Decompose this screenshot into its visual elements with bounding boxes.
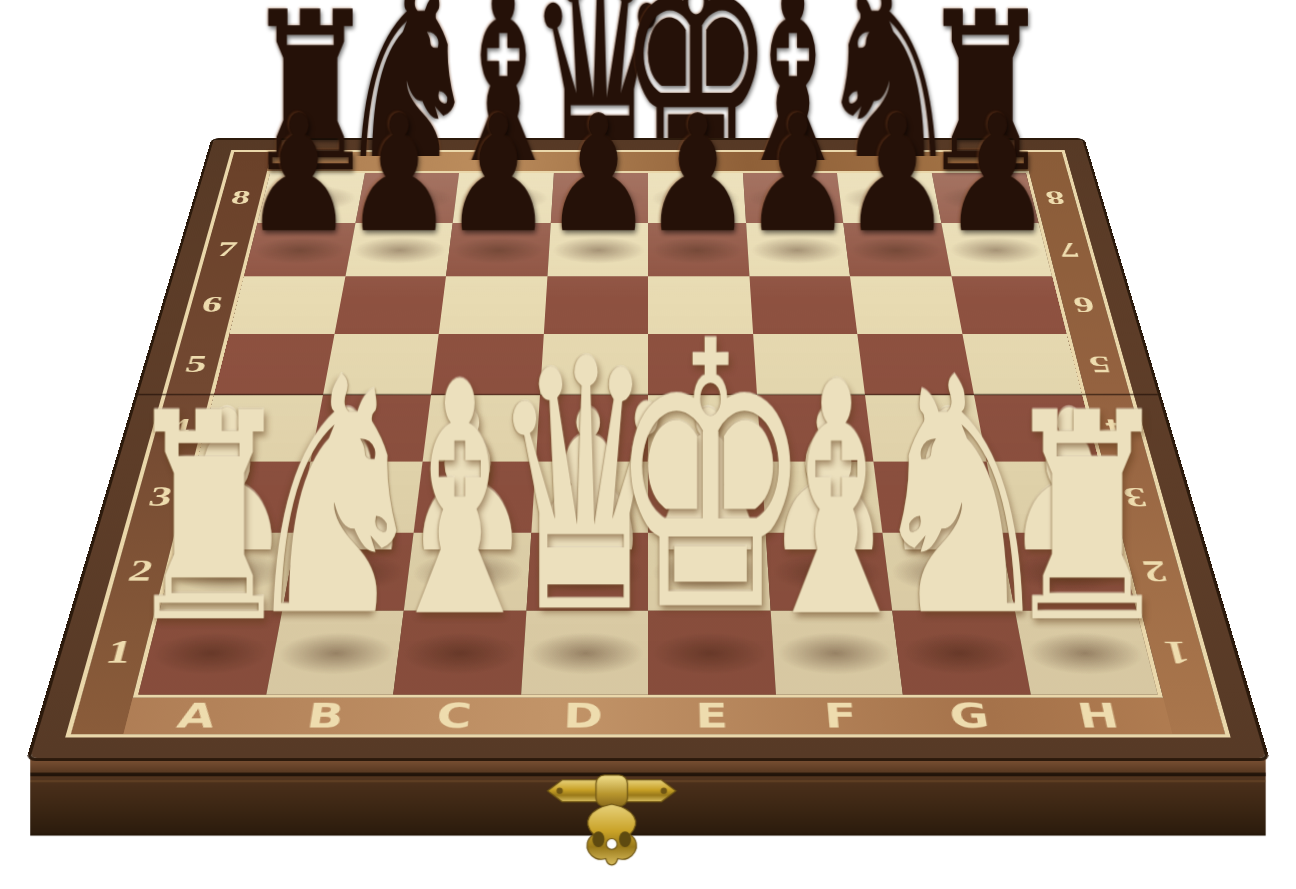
- file-label-a: A: [128, 698, 265, 734]
- file-label-h: H: [1031, 698, 1168, 734]
- file-labels-bottom: ABCDEFGH: [128, 698, 1167, 734]
- file-label-g: G: [903, 698, 1038, 734]
- box-front-face: [30, 758, 1266, 836]
- file-label-b: B: [258, 698, 393, 734]
- square-h1[interactable]: ♜: [1014, 610, 1157, 694]
- file-label-d: D: [518, 698, 648, 734]
- square-h7[interactable]: ♟: [941, 223, 1052, 276]
- rank-label-7: 7: [1042, 223, 1097, 276]
- chess-box-photo: ♜♞♝♛♚♝♞♜♟♟♟♟♟♟♟♟♟♟♟♟♟♟♟♟♜♞♝♛♚♝♞♜ 8765432…: [0, 0, 1296, 889]
- piece-glyph: ♜: [999, 375, 1174, 661]
- file-label-e: E: [648, 698, 778, 734]
- piece-white-rook[interactable]: ♜: [958, 375, 1215, 661]
- board-squares: ♜♞♝♛♚♝♞♜♟♟♟♟♟♟♟♟♟♟♟♟♟♟♟♟♜♞♝♛♚♝♞♜: [138, 173, 1157, 695]
- brass-clasp-icon: [545, 764, 678, 885]
- chess-board: ♜♞♝♛♚♝♞♜♟♟♟♟♟♟♟♟♟♟♟♟♟♟♟♟♜♞♝♛♚♝♞♜ 8765432…: [30, 140, 1266, 758]
- file-label-c: C: [388, 698, 520, 734]
- file-label-f: F: [776, 698, 908, 734]
